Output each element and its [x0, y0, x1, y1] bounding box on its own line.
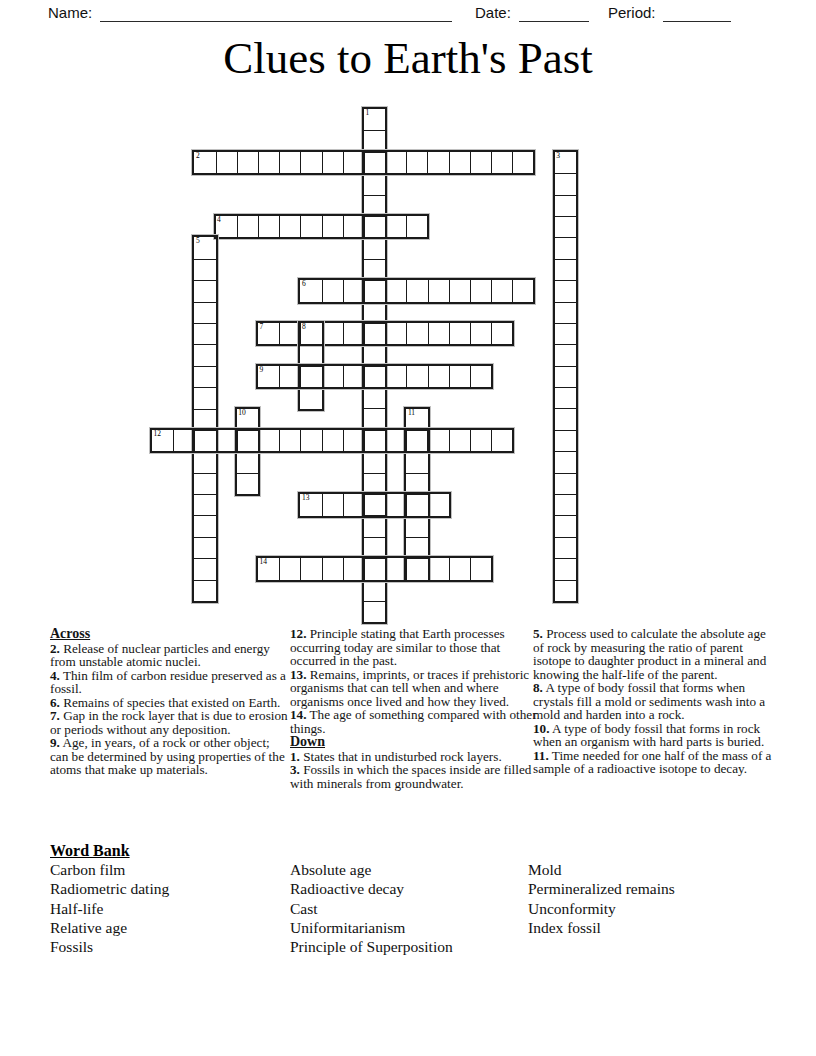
cell-12-8[interactable]	[322, 366, 343, 387]
cell-18-9[interactable]	[343, 494, 364, 515]
clue-11: 11. Time needed for one half of the mass…	[533, 749, 775, 776]
cell-12-13[interactable]	[428, 366, 449, 387]
word-bank-item: Permineralized remains	[528, 879, 675, 898]
word-bank-item: Carbon film	[50, 860, 169, 879]
clue-number-label: 12.	[290, 626, 306, 641]
clue-8: 8. A type of body fossil that forms when…	[533, 681, 775, 722]
cell-13-2[interactable]	[194, 387, 215, 408]
cell-16-2[interactable]	[194, 451, 215, 472]
cell-21-11[interactable]	[385, 558, 406, 579]
cell-15-14[interactable]	[449, 430, 470, 451]
word-bank-item: Radiometric dating	[50, 879, 169, 898]
clue-number-label: 4.	[50, 668, 60, 683]
word-bank-column: MoldPermineralized remainsUnconformityIn…	[528, 860, 675, 937]
cell-12-9[interactable]	[343, 366, 364, 387]
cell-12-12[interactable]	[406, 366, 427, 387]
cell-4-10[interactable]	[364, 195, 385, 216]
clue-13: 13. Remains, imprints, or traces if preh…	[290, 668, 537, 709]
cell-12-7[interactable]	[300, 366, 321, 387]
cell-22-19[interactable]	[555, 580, 576, 601]
word-7-across: 7	[256, 321, 514, 346]
cell-10-16[interactable]	[491, 323, 512, 344]
cell-2-4[interactable]	[237, 152, 258, 173]
word-bank-item: Relative age	[50, 918, 169, 937]
word-2-across: 2	[192, 150, 535, 175]
cell-2-15[interactable]	[470, 152, 491, 173]
word-9-across: 9	[256, 364, 493, 389]
cell-12-11[interactable]	[385, 366, 406, 387]
cell-2-19[interactable]: 3	[555, 152, 576, 173]
cell-11-2[interactable]	[194, 344, 215, 365]
clue-12: 12. Principle stating that Earth process…	[290, 627, 537, 668]
date-blank-line[interactable]	[519, 6, 589, 22]
clue-number-3: 3	[556, 152, 560, 160]
cell-15-7[interactable]	[300, 430, 321, 451]
cell-8-10[interactable]	[364, 280, 385, 301]
cell-2-13[interactable]	[427, 152, 448, 173]
cell-12-6[interactable]	[279, 366, 300, 387]
cell-5-5[interactable]	[258, 216, 279, 237]
cell-10-19[interactable]	[555, 323, 576, 344]
clue-number-13: 13	[302, 494, 310, 502]
clue-number-12: 12	[154, 430, 162, 438]
clue-number-label: 2.	[50, 641, 60, 656]
clue-number-5: 5	[196, 237, 200, 245]
clue-number-1: 1	[366, 109, 370, 117]
cell-16-4[interactable]	[237, 451, 258, 472]
cell-6-19[interactable]	[555, 237, 576, 258]
name-label: Name:	[48, 4, 92, 21]
clue-column-right: 5. Process used to calculate the absolut…	[533, 627, 775, 776]
cell-7-2[interactable]	[194, 259, 215, 280]
cell-17-12[interactable]	[406, 473, 427, 494]
word-13-across: 13	[298, 492, 450, 517]
word-12-across: 12	[150, 428, 514, 453]
cell-13-19[interactable]	[555, 387, 576, 408]
cell-11-10[interactable]	[364, 344, 385, 365]
cell-18-8[interactable]	[322, 494, 343, 515]
cell-1-10[interactable]	[364, 130, 385, 151]
cell-4-19[interactable]	[555, 195, 576, 216]
cell-15-1[interactable]	[173, 430, 194, 451]
clue-number-10: 10	[238, 409, 246, 417]
name-blank-line[interactable]	[100, 6, 452, 22]
cell-15-4[interactable]	[237, 430, 258, 451]
cell-17-4[interactable]	[237, 473, 258, 494]
cell-7-10[interactable]	[364, 259, 385, 280]
clue-number-label: 10.	[533, 721, 549, 736]
cell-15-10[interactable]	[364, 430, 385, 451]
clue-9: 9. Age, in years, of a rock or other obj…	[50, 736, 290, 777]
cell-12-10[interactable]	[364, 366, 385, 387]
clue-4: 4. Thin film of carbon residue preserved…	[50, 669, 290, 696]
cell-2-2[interactable]: 2	[194, 152, 215, 173]
cell-10-10[interactable]	[364, 323, 385, 344]
word-bank-column: Absolute ageRadioactive decayCastUniform…	[290, 860, 453, 956]
clue-5: 5. Process used to calculate the absolut…	[533, 627, 775, 681]
cell-17-10[interactable]	[364, 473, 385, 494]
cell-21-15[interactable]	[470, 558, 491, 579]
word-bank-item: Unconformity	[528, 899, 675, 918]
word-bank-item: Half-life	[50, 899, 169, 918]
cell-21-7[interactable]	[300, 558, 321, 579]
page-title: Clues to Earth's Past	[0, 34, 816, 84]
cell-8-15[interactable]	[470, 280, 491, 301]
cell-22-2[interactable]	[194, 580, 215, 601]
cell-3-19[interactable]	[555, 173, 576, 194]
cell-9-2[interactable]	[194, 302, 215, 323]
cell-15-12[interactable]	[406, 430, 427, 451]
clue-column-left: Across2. Release of nuclear particles an…	[50, 627, 290, 777]
cell-18-13[interactable]	[428, 494, 449, 515]
word-4-across: 4	[214, 214, 430, 239]
cell-5-19[interactable]	[555, 216, 576, 237]
cell-17-2[interactable]	[194, 473, 215, 494]
cell-5-3[interactable]: 4	[216, 216, 237, 237]
word-bank-item: Radioactive decay	[290, 879, 453, 898]
cell-19-19[interactable]	[555, 515, 576, 536]
cell-5-8[interactable]	[322, 216, 343, 237]
cell-2-7[interactable]	[300, 152, 321, 173]
cell-18-11[interactable]	[385, 494, 406, 515]
clue-10: 10. A type of body fossil that forms in …	[533, 722, 775, 749]
clue-number-label: 5.	[533, 626, 543, 641]
word-6-across: 6	[298, 278, 535, 303]
cell-15-15[interactable]	[470, 430, 491, 451]
cell-21-19[interactable]	[555, 558, 576, 579]
cell-2-12[interactable]	[406, 152, 427, 173]
cell-8-12[interactable]	[406, 280, 427, 301]
cell-15-11[interactable]	[385, 430, 406, 451]
word-bank-item: Fossils	[50, 937, 169, 956]
word-bank-item: Principle of Superposition	[290, 937, 453, 956]
cell-19-10[interactable]	[364, 515, 385, 536]
cell-2-3[interactable]	[216, 152, 237, 173]
cell-21-13[interactable]	[428, 558, 449, 579]
cell-2-14[interactable]	[449, 152, 470, 173]
cell-5-9[interactable]	[343, 216, 364, 237]
period-blank-line[interactable]	[663, 6, 731, 22]
cell-23-10[interactable]	[364, 601, 385, 622]
cell-14-2[interactable]	[194, 409, 215, 430]
word-bank-heading: Word Bank	[50, 842, 130, 860]
cell-10-8[interactable]	[322, 323, 343, 344]
cell-15-8[interactable]	[322, 430, 343, 451]
clue-number-8: 8	[302, 323, 306, 331]
clue-14: 14. The age of something compared with o…	[290, 708, 537, 735]
cell-22-10[interactable]	[364, 580, 385, 601]
clue-1: 1. States that in undisturbed rock layer…	[290, 750, 537, 764]
cell-20-2[interactable]	[194, 537, 215, 558]
clues-heading-down: Down	[290, 735, 537, 749]
clue-3: 3. Fossils in which the spaces inside ar…	[290, 763, 537, 790]
cell-8-7[interactable]: 6	[300, 280, 321, 301]
cell-5-12[interactable]	[406, 216, 427, 237]
cell-12-15[interactable]	[470, 366, 491, 387]
crossword-grid: 1234567891011121314	[152, 109, 577, 623]
cell-16-10[interactable]	[364, 451, 385, 472]
cell-12-19[interactable]	[555, 366, 576, 387]
cell-8-13[interactable]	[428, 280, 449, 301]
cell-2-9[interactable]	[343, 152, 364, 173]
cell-20-10[interactable]	[364, 537, 385, 558]
cell-19-12[interactable]	[406, 516, 427, 537]
word-bank-column: Carbon filmRadiometric datingHalf-lifeRe…	[50, 860, 169, 956]
clue-number-label: 13.	[290, 667, 306, 682]
cell-10-6[interactable]	[279, 323, 300, 344]
cell-21-10[interactable]	[364, 558, 385, 579]
cell-0-10[interactable]: 1	[364, 109, 385, 130]
cell-8-9[interactable]	[343, 280, 364, 301]
cell-10-2[interactable]	[194, 323, 215, 344]
cell-10-5[interactable]: 7	[258, 323, 279, 344]
period-label: Period:	[608, 4, 656, 21]
worksheet-page: Name: Date: Period: Clues to Earth's Pas…	[0, 0, 816, 1056]
cell-10-9[interactable]	[343, 323, 364, 344]
cell-21-5[interactable]: 14	[258, 558, 279, 579]
cell-14-4[interactable]: 10	[237, 409, 258, 430]
cell-21-6[interactable]	[279, 558, 300, 579]
cell-10-13[interactable]	[428, 323, 449, 344]
clue-2: 2. Release of nuclear particles and ener…	[50, 642, 290, 669]
cell-3-10[interactable]	[364, 173, 385, 194]
cell-19-2[interactable]	[194, 515, 215, 536]
cell-5-4[interactable]	[237, 216, 258, 237]
clue-number-2: 2	[196, 152, 200, 160]
cell-16-19[interactable]	[555, 451, 576, 472]
clue-number-label: 11.	[533, 748, 549, 763]
cell-2-16[interactable]	[491, 152, 512, 173]
cell-21-14[interactable]	[449, 558, 470, 579]
cell-8-16[interactable]	[491, 280, 512, 301]
cell-5-11[interactable]	[385, 216, 406, 237]
cell-12-14[interactable]	[449, 366, 470, 387]
cell-15-0[interactable]: 12	[152, 430, 173, 451]
cell-15-9[interactable]	[343, 430, 364, 451]
cell-15-5[interactable]	[258, 430, 279, 451]
cell-15-16[interactable]	[491, 430, 512, 451]
clue-number-label: 7.	[50, 708, 60, 723]
cell-11-19[interactable]	[555, 344, 576, 365]
cell-2-8[interactable]	[322, 152, 343, 173]
cell-14-12[interactable]: 11	[406, 409, 427, 430]
clue-number-9: 9	[260, 366, 264, 374]
cell-2-6[interactable]	[279, 152, 300, 173]
cell-18-12[interactable]	[406, 494, 427, 515]
date-label: Date:	[475, 4, 511, 21]
cell-6-2[interactable]: 5	[194, 237, 215, 258]
cell-12-2[interactable]	[194, 366, 215, 387]
word-14-across: 14	[256, 556, 493, 581]
cell-15-2[interactable]	[194, 430, 215, 451]
clue-number-7: 7	[260, 323, 264, 331]
cell-2-5[interactable]	[258, 152, 279, 173]
cell-12-5[interactable]: 9	[258, 366, 279, 387]
cell-7-19[interactable]	[555, 259, 576, 280]
cell-2-11[interactable]	[385, 152, 406, 173]
cell-9-19[interactable]	[555, 302, 576, 323]
cell-8-14[interactable]	[449, 280, 470, 301]
cell-5-10[interactable]	[364, 216, 385, 237]
clue-number-14: 14	[260, 558, 268, 566]
word-3-down: 3	[553, 150, 578, 603]
clue-number-11: 11	[408, 409, 415, 417]
clue-number-label: 8.	[533, 680, 543, 695]
clue-column-middle: 12. Principle stating that Earth process…	[290, 627, 537, 790]
cell-21-12[interactable]	[406, 558, 427, 579]
cell-20-19[interactable]	[555, 537, 576, 558]
word-5-down: 5	[192, 235, 217, 603]
cell-10-12[interactable]	[406, 323, 427, 344]
word-bank-item: Mold	[528, 860, 675, 879]
cell-13-10[interactable]	[364, 387, 385, 408]
cell-21-8[interactable]	[322, 558, 343, 579]
cell-11-7[interactable]	[300, 344, 321, 365]
clue-number-6: 6	[302, 280, 306, 288]
cell-18-10[interactable]	[364, 494, 385, 515]
cell-14-10[interactable]	[364, 408, 385, 429]
word-bank-item: Index fossil	[528, 918, 675, 937]
cell-18-7[interactable]: 13	[300, 494, 321, 515]
cell-21-2[interactable]	[194, 558, 215, 579]
clue-number-label: 3.	[290, 762, 300, 777]
cell-15-6[interactable]	[279, 430, 300, 451]
cell-14-19[interactable]	[555, 408, 576, 429]
clue-7: 7. Gap in the rock layer that is due to …	[50, 709, 290, 736]
cell-10-11[interactable]	[385, 323, 406, 344]
cell-8-8[interactable]	[322, 280, 343, 301]
clue-6: 6. Remains of species that existed on Ea…	[50, 696, 290, 710]
cell-2-17[interactable]	[512, 152, 533, 173]
cell-5-6[interactable]	[279, 216, 300, 237]
cell-10-15[interactable]	[470, 323, 491, 344]
cell-13-7[interactable]	[300, 387, 321, 408]
cell-20-12[interactable]	[406, 537, 427, 558]
word-bank-item: Uniformitarianism	[290, 918, 453, 937]
clue-number-label: 14.	[290, 707, 306, 722]
cell-8-2[interactable]	[194, 280, 215, 301]
clues-heading-across: Across	[50, 627, 290, 641]
cell-15-13[interactable]	[427, 430, 448, 451]
cell-8-19[interactable]	[555, 280, 576, 301]
cell-18-2[interactable]	[194, 494, 215, 515]
cell-17-19[interactable]	[555, 473, 576, 494]
cell-6-10[interactable]	[364, 237, 385, 258]
cell-8-17[interactable]	[512, 280, 533, 301]
cell-15-19[interactable]	[555, 430, 576, 451]
clue-number-4: 4	[217, 216, 221, 224]
cell-9-10[interactable]	[364, 302, 385, 323]
cell-21-9[interactable]	[343, 558, 364, 579]
cell-18-19[interactable]	[555, 494, 576, 515]
word-bank-item: Absolute age	[290, 860, 453, 879]
word-bank-item: Cast	[290, 899, 453, 918]
cell-10-7[interactable]: 8	[300, 323, 321, 344]
clue-number-label: 9.	[50, 735, 60, 750]
cell-8-11[interactable]	[385, 280, 406, 301]
cell-15-3[interactable]	[216, 430, 237, 451]
cell-2-10[interactable]	[364, 152, 385, 173]
cell-10-14[interactable]	[449, 323, 470, 344]
cell-5-7[interactable]	[300, 216, 321, 237]
cell-16-12[interactable]	[406, 451, 427, 472]
